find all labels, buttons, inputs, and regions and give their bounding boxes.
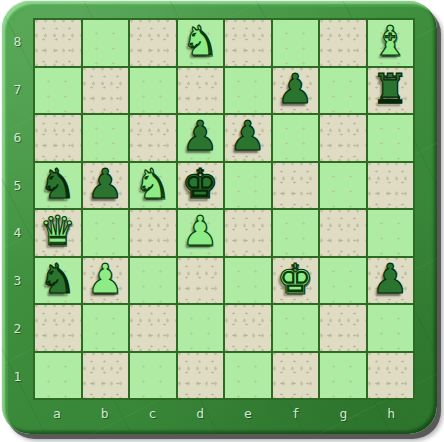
file-labels: abcdefgh bbox=[33, 400, 415, 426]
square-f2[interactable] bbox=[273, 305, 319, 351]
square-f1[interactable] bbox=[273, 353, 319, 399]
piece-black-knight[interactable]: ♞ bbox=[39, 259, 76, 300]
square-g4[interactable] bbox=[320, 210, 366, 256]
piece-black-pawn[interactable]: ♟ bbox=[229, 116, 266, 157]
square-h4[interactable] bbox=[368, 210, 414, 256]
square-g7[interactable] bbox=[320, 68, 366, 114]
piece-black-pawn[interactable]: ♟ bbox=[277, 69, 314, 110]
square-h6[interactable] bbox=[368, 115, 414, 161]
square-h5[interactable] bbox=[368, 163, 414, 209]
square-f6[interactable] bbox=[273, 115, 319, 161]
square-f3[interactable]: ♚ bbox=[273, 258, 319, 304]
file-label-b: b bbox=[81, 400, 129, 426]
rank-label-6: 6 bbox=[2, 114, 33, 162]
square-b4[interactable] bbox=[83, 210, 129, 256]
square-a5[interactable]: ♞ bbox=[35, 163, 81, 209]
piece-white-knight[interactable]: ♞ bbox=[134, 164, 171, 205]
square-d4[interactable]: ♟ bbox=[178, 210, 224, 256]
file-label-h: h bbox=[367, 400, 415, 426]
square-a6[interactable] bbox=[35, 115, 81, 161]
square-b2[interactable] bbox=[83, 305, 129, 351]
square-e3[interactable] bbox=[225, 258, 271, 304]
square-e2[interactable] bbox=[225, 305, 271, 351]
square-g8[interactable] bbox=[320, 20, 366, 66]
square-e1[interactable] bbox=[225, 353, 271, 399]
piece-white-bishop[interactable]: ♝ bbox=[372, 21, 409, 62]
square-g3[interactable] bbox=[320, 258, 366, 304]
square-a7[interactable] bbox=[35, 68, 81, 114]
square-c3[interactable] bbox=[130, 258, 176, 304]
file-label-f: f bbox=[272, 400, 320, 426]
piece-white-king[interactable]: ♚ bbox=[277, 259, 314, 300]
rank-label-5: 5 bbox=[2, 161, 33, 209]
square-d2[interactable] bbox=[178, 305, 224, 351]
file-label-e: e bbox=[224, 400, 272, 426]
square-e7[interactable] bbox=[225, 68, 271, 114]
file-label-a: a bbox=[33, 400, 81, 426]
square-c7[interactable] bbox=[130, 68, 176, 114]
rank-label-4: 4 bbox=[2, 209, 33, 257]
square-h8[interactable]: ♝ bbox=[368, 20, 414, 66]
square-h1[interactable] bbox=[368, 353, 414, 399]
square-c2[interactable] bbox=[130, 305, 176, 351]
square-c4[interactable] bbox=[130, 210, 176, 256]
square-c5[interactable]: ♞ bbox=[130, 163, 176, 209]
square-f4[interactable] bbox=[273, 210, 319, 256]
rank-labels: 87654321 bbox=[2, 18, 33, 400]
square-d3[interactable] bbox=[178, 258, 224, 304]
square-b6[interactable] bbox=[83, 115, 129, 161]
square-b3[interactable]: ♟ bbox=[83, 258, 129, 304]
square-f7[interactable]: ♟ bbox=[273, 68, 319, 114]
rank-label-3: 3 bbox=[2, 257, 33, 305]
square-e5[interactable] bbox=[225, 163, 271, 209]
square-c6[interactable] bbox=[130, 115, 176, 161]
piece-black-knight[interactable]: ♞ bbox=[39, 164, 76, 205]
piece-white-pawn[interactable]: ♟ bbox=[87, 259, 124, 300]
file-label-c: c bbox=[129, 400, 177, 426]
piece-black-pawn[interactable]: ♟ bbox=[87, 164, 124, 205]
square-b1[interactable] bbox=[83, 353, 129, 399]
rank-label-8: 8 bbox=[2, 18, 33, 66]
piece-white-queen[interactable]: ♛ bbox=[39, 211, 76, 252]
file-label-g: g bbox=[320, 400, 368, 426]
square-c8[interactable] bbox=[130, 20, 176, 66]
square-d5[interactable]: ♚ bbox=[178, 163, 224, 209]
square-a4[interactable]: ♛ bbox=[35, 210, 81, 256]
piece-black-king[interactable]: ♚ bbox=[182, 164, 219, 205]
square-h3[interactable]: ♟ bbox=[368, 258, 414, 304]
square-f5[interactable] bbox=[273, 163, 319, 209]
square-g5[interactable] bbox=[320, 163, 366, 209]
square-d7[interactable] bbox=[178, 68, 224, 114]
piece-black-pawn[interactable]: ♟ bbox=[372, 259, 409, 300]
piece-black-pawn[interactable]: ♟ bbox=[182, 116, 219, 157]
square-h2[interactable] bbox=[368, 305, 414, 351]
square-h7[interactable]: ♜ bbox=[368, 68, 414, 114]
square-f8[interactable] bbox=[273, 20, 319, 66]
square-g2[interactable] bbox=[320, 305, 366, 351]
piece-white-pawn[interactable]: ♟ bbox=[182, 211, 219, 252]
square-c1[interactable] bbox=[130, 353, 176, 399]
rank-label-1: 1 bbox=[2, 352, 33, 400]
piece-black-rook[interactable]: ♜ bbox=[372, 69, 409, 110]
square-b7[interactable] bbox=[83, 68, 129, 114]
square-a1[interactable] bbox=[35, 353, 81, 399]
square-g6[interactable] bbox=[320, 115, 366, 161]
square-a3[interactable]: ♞ bbox=[35, 258, 81, 304]
chess-board: ♞♝♟♜♟♟♞♟♞♚♛♟♞♟♚♟ bbox=[33, 18, 415, 400]
square-a8[interactable] bbox=[35, 20, 81, 66]
square-e8[interactable] bbox=[225, 20, 271, 66]
chess-app-window: 87654321 ♞♝♟♜♟♟♞♟♞♚♛♟♞♟♚♟ abcdefgh bbox=[0, 0, 444, 442]
square-b5[interactable]: ♟ bbox=[83, 163, 129, 209]
piece-white-knight[interactable]: ♞ bbox=[182, 21, 219, 62]
square-g1[interactable] bbox=[320, 353, 366, 399]
rank-label-2: 2 bbox=[2, 305, 33, 353]
square-d6[interactable]: ♟ bbox=[178, 115, 224, 161]
square-e4[interactable] bbox=[225, 210, 271, 256]
square-a2[interactable] bbox=[35, 305, 81, 351]
square-e6[interactable]: ♟ bbox=[225, 115, 271, 161]
square-d1[interactable] bbox=[178, 353, 224, 399]
rank-label-7: 7 bbox=[2, 66, 33, 114]
file-label-d: d bbox=[176, 400, 224, 426]
square-b8[interactable] bbox=[83, 20, 129, 66]
square-d8[interactable]: ♞ bbox=[178, 20, 224, 66]
